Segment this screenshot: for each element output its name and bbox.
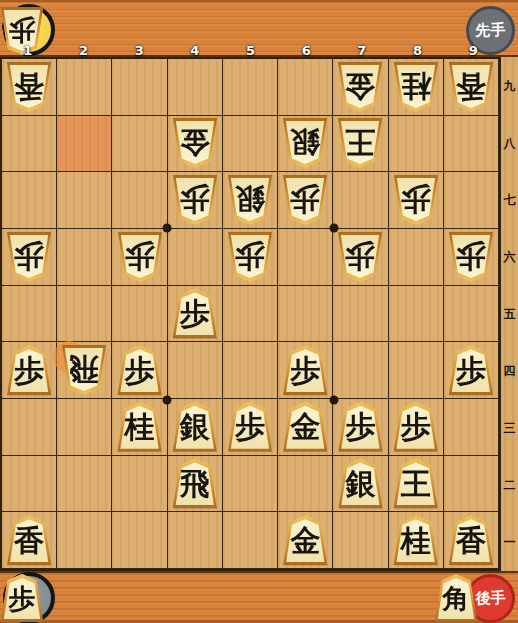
koma-pawn: 歩: [282, 175, 328, 225]
board-cell-6九[interactable]: [278, 59, 333, 116]
koma-kanji: 歩: [175, 178, 215, 221]
board-cell-7四[interactable]: [333, 342, 388, 399]
koma-pawn: 歩: [172, 175, 218, 225]
board-cell-7三[interactable]: 歩: [333, 399, 388, 456]
board-cell-1七[interactable]: [2, 172, 57, 229]
koma-pawn: 歩: [227, 232, 273, 282]
board-cell-4一[interactable]: [168, 512, 223, 569]
file-label-5: 5: [246, 43, 255, 58]
koma-lance: 香: [6, 62, 52, 112]
koma-pawn: 歩: [6, 232, 52, 282]
board-cell-7五[interactable]: [333, 286, 388, 343]
board-cell-1三[interactable]: [2, 399, 57, 456]
rank-label-五: 五: [501, 306, 518, 323]
board-cell-7九[interactable]: 金: [333, 59, 388, 116]
koma-kanji: 桂: [120, 406, 160, 449]
board-cell-2四[interactable]: 飛: [57, 342, 112, 399]
koma-lance: 香: [448, 62, 494, 112]
board-cell-6八[interactable]: 銀: [278, 116, 333, 173]
file-label-4: 4: [190, 43, 199, 58]
board-cell-7二[interactable]: 銀: [333, 456, 388, 513]
shogi-board: 123456789 香金桂香金銀王歩銀歩歩歩歩歩歩歩歩歩飛歩歩歩桂銀歩金歩歩飛銀…: [0, 57, 518, 571]
board-cell-2五[interactable]: [57, 286, 112, 343]
board-cell-4九[interactable]: [168, 59, 223, 116]
koma-kanji: 香: [451, 65, 491, 108]
board-cell-3九[interactable]: [112, 59, 167, 116]
koma-kanji: 歩: [230, 235, 270, 278]
koma-king: 王: [393, 458, 439, 508]
star-point: [330, 224, 339, 233]
koma-rook: 飛: [172, 458, 218, 508]
file-label-6: 6: [302, 43, 311, 58]
rank-label-二: 二: [501, 477, 518, 494]
koma-pawn: 歩: [337, 232, 383, 282]
koma-kanji: 歩: [285, 349, 325, 392]
board-cell-4七[interactable]: 歩: [168, 172, 223, 229]
board-cell-1四[interactable]: 歩: [2, 342, 57, 399]
board-cell-3一[interactable]: [112, 512, 167, 569]
koma-pawn: 歩: [448, 232, 494, 282]
rank-labels: 九八七六五四三二一: [501, 57, 518, 571]
file-label-2: 2: [79, 43, 88, 58]
rank-label-六: 六: [501, 248, 518, 265]
koma-pawn: 歩: [393, 175, 439, 225]
board-cell-3四[interactable]: 歩: [112, 342, 167, 399]
board-cell-9一[interactable]: 香: [444, 512, 499, 569]
koma-knight: 桂: [117, 402, 163, 452]
koma-gold: 金: [337, 62, 383, 112]
koma-kanji: 金: [340, 65, 380, 108]
koma-gold: 金: [282, 515, 328, 565]
board-cell-2八[interactable]: [57, 116, 112, 173]
board-cell-6二[interactable]: [278, 456, 333, 513]
koma-kanji: 歩: [396, 406, 436, 449]
board-cell-6一[interactable]: 金: [278, 512, 333, 569]
board-cell-3二[interactable]: [112, 456, 167, 513]
board-cell-4八[interactable]: 金: [168, 116, 223, 173]
board-cell-2二[interactable]: [57, 456, 112, 513]
rank-label-三: 三: [501, 420, 518, 437]
board-cell-9二[interactable]: [444, 456, 499, 513]
koma-lance: 香: [6, 515, 52, 565]
koma-kanji: 飛: [175, 462, 215, 505]
board-cell-6七[interactable]: 歩: [278, 172, 333, 229]
board-cell-5八[interactable]: [223, 116, 278, 173]
koma-silver: 銀: [227, 175, 273, 225]
board-cell-1一[interactable]: 香: [2, 512, 57, 569]
rank-label-九: 九: [501, 77, 518, 94]
koma-kanji: 銀: [230, 178, 270, 221]
board-cell-5九[interactable]: [223, 59, 278, 116]
board-cell-6三[interactable]: 金: [278, 399, 333, 456]
board-cell-7七[interactable]: [333, 172, 388, 229]
koma-pawn: 歩: [6, 345, 52, 395]
board-cell-4五[interactable]: 歩: [168, 286, 223, 343]
rank-label-四: 四: [501, 363, 518, 380]
star-point: [330, 396, 339, 405]
board-cell-3三[interactable]: 桂: [112, 399, 167, 456]
koma-kanji: 桂: [396, 519, 436, 562]
koma-kanji: 王: [340, 121, 380, 164]
koma-kanji: 歩: [175, 292, 215, 335]
koma-kanji: 銀: [340, 462, 380, 505]
board-cell-5二[interactable]: [223, 456, 278, 513]
koma-pawn: 歩: [172, 288, 218, 338]
board-cell-8二[interactable]: 王: [389, 456, 444, 513]
koma-king: 王: [337, 118, 383, 168]
koma-pawn: 歩: [448, 345, 494, 395]
koma-kanji: 歩: [9, 235, 49, 278]
koma-kanji: 金: [175, 121, 215, 164]
koma-lance: 香: [448, 515, 494, 565]
file-label-7: 7: [357, 43, 366, 58]
koma-gold: 金: [172, 118, 218, 168]
board-cell-8一[interactable]: 桂: [389, 512, 444, 569]
board-cell-7一[interactable]: [333, 512, 388, 569]
board-cell-9七[interactable]: [444, 172, 499, 229]
star-point: [163, 224, 172, 233]
board-cell-8四[interactable]: [389, 342, 444, 399]
koma-kanji: 角: [437, 578, 475, 619]
board-cell-3八[interactable]: [112, 116, 167, 173]
koma-kanji: 金: [285, 406, 325, 449]
board-cell-8九[interactable]: 桂: [389, 59, 444, 116]
file-label-1: 1: [23, 43, 32, 58]
koma-kanji: 飛: [64, 348, 104, 391]
board-cell-8三[interactable]: 歩: [389, 399, 444, 456]
koma-kanji: 金: [285, 519, 325, 562]
board-cell-5七[interactable]: 銀: [223, 172, 278, 229]
board-cell-8七[interactable]: 歩: [389, 172, 444, 229]
board-cell-4六[interactable]: [168, 229, 223, 286]
board-cell-4四[interactable]: [168, 342, 223, 399]
board-cell-9六[interactable]: 歩: [444, 229, 499, 286]
file-label-3: 3: [135, 43, 144, 58]
koma-rook: 飛: [61, 345, 107, 395]
rank-label-一: 一: [501, 534, 518, 551]
board-cell-1九[interactable]: 香: [2, 59, 57, 116]
bottom-player-bar: 角桂歩後手: [0, 571, 518, 623]
board-cell-9九[interactable]: 香: [444, 59, 499, 116]
koma-kanji: 歩: [9, 349, 49, 392]
board-cell-9八[interactable]: [444, 116, 499, 173]
koma-kanji: 歩: [120, 349, 160, 392]
star-point: [163, 396, 172, 405]
koma-kanji: 香: [9, 65, 49, 108]
board-cell-6四[interactable]: 歩: [278, 342, 333, 399]
koma-knight: 桂: [393, 515, 439, 565]
koma-kanji: 王: [396, 462, 436, 505]
koma-kanji: 歩: [3, 578, 41, 619]
board-cell-6六[interactable]: [278, 229, 333, 286]
board-cell-2七[interactable]: [57, 172, 112, 229]
board-cell-9三[interactable]: [444, 399, 499, 456]
koma-kanji: 香: [9, 519, 49, 562]
koma-pawn: 歩: [337, 402, 383, 452]
rank-label-七: 七: [501, 191, 518, 208]
board-cell-8五[interactable]: [389, 286, 444, 343]
shogi-app: 角歩先手 123456789 香金桂香金銀王歩銀歩歩歩歩歩歩歩歩歩飛歩歩歩桂銀歩…: [0, 0, 518, 623]
koma-silver: 銀: [282, 118, 328, 168]
board-cell-9五[interactable]: [444, 286, 499, 343]
board-cell-3五[interactable]: [112, 286, 167, 343]
board-grid: 香金桂香金銀王歩銀歩歩歩歩歩歩歩歩歩飛歩歩歩桂銀歩金歩歩飛銀王香金桂香: [0, 57, 501, 571]
koma-pawn: 歩: [117, 232, 163, 282]
board-cell-7八[interactable]: 王: [333, 116, 388, 173]
board-cell-2六[interactable]: [57, 229, 112, 286]
koma-kanji: 歩: [451, 349, 491, 392]
board-cell-3六[interactable]: 歩: [112, 229, 167, 286]
board-cell-2三[interactable]: [57, 399, 112, 456]
board-cell-2九[interactable]: [57, 59, 112, 116]
board-cell-7六[interactable]: 歩: [333, 229, 388, 286]
board-cell-8六[interactable]: [389, 229, 444, 286]
board-cell-5四[interactable]: [223, 342, 278, 399]
file-labels: 123456789: [0, 43, 501, 59]
board-cell-1八[interactable]: [2, 116, 57, 173]
board-cell-5六[interactable]: 歩: [223, 229, 278, 286]
koma-kanji: 銀: [285, 121, 325, 164]
board-cell-2一[interactable]: [57, 512, 112, 569]
koma-pawn: 歩: [393, 402, 439, 452]
koma-kanji: 歩: [230, 406, 270, 449]
board-cell-3七[interactable]: [112, 172, 167, 229]
koma-pawn: 歩: [227, 402, 273, 452]
koma-kanji: 銀: [175, 406, 215, 449]
board-cell-1二[interactable]: [2, 456, 57, 513]
koma-kanji: 歩: [120, 235, 160, 278]
koma-kanji: 桂: [396, 65, 436, 108]
board-cell-4三[interactable]: 銀: [168, 399, 223, 456]
board-cell-1六[interactable]: 歩: [2, 229, 57, 286]
koma-pawn: 歩: [282, 345, 328, 395]
koma-gold: 金: [282, 402, 328, 452]
koma-silver: 銀: [337, 458, 383, 508]
file-label-8: 8: [413, 43, 422, 58]
board-cell-9四[interactable]: 歩: [444, 342, 499, 399]
koma-pawn: 歩: [117, 345, 163, 395]
board-cell-4二[interactable]: 飛: [168, 456, 223, 513]
board-cell-5五[interactable]: [223, 286, 278, 343]
koma-knight: 桂: [393, 62, 439, 112]
koma-kanji: 歩: [340, 235, 380, 278]
board-cell-5三[interactable]: 歩: [223, 399, 278, 456]
koma-kanji: 歩: [285, 178, 325, 221]
koma-kanji: 歩: [340, 406, 380, 449]
board-cell-1五[interactable]: [2, 286, 57, 343]
file-label-9: 9: [469, 43, 478, 58]
board-cell-5一[interactable]: [223, 512, 278, 569]
koma-kanji: 歩: [451, 235, 491, 278]
koma-kanji: 歩: [396, 178, 436, 221]
koma-kanji: 香: [451, 519, 491, 562]
board-cell-6五[interactable]: [278, 286, 333, 343]
rank-label-八: 八: [501, 134, 518, 151]
koma-silver: 銀: [172, 402, 218, 452]
board-cell-8八[interactable]: [389, 116, 444, 173]
